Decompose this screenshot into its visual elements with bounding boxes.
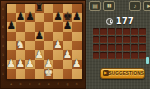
square-h6[interactable]: [72, 22, 81, 31]
square-e4[interactable]: [44, 41, 53, 50]
chess-board[interactable]: ♜♟♟♟♚♟♟♟♟♞♟♟♟♟♟♟♟♟♚: [7, 4, 82, 79]
square-b7[interactable]: ♟: [16, 13, 25, 22]
square-c6[interactable]: [25, 22, 34, 31]
square-f6[interactable]: [53, 22, 62, 31]
black-pawn: ♟: [53, 11, 62, 20]
square-h5[interactable]: [72, 32, 81, 41]
sound-button[interactable]: ♪: [129, 1, 141, 11]
square-b3[interactable]: [16, 50, 25, 59]
square-d5[interactable]: ♟: [35, 32, 44, 41]
black-pawn: ♟: [25, 11, 34, 20]
square-b6[interactable]: [16, 22, 25, 31]
square-g6[interactable]: ♟: [63, 22, 72, 31]
white-pawn: ♟: [53, 40, 62, 49]
file-label-b: b: [18, 82, 23, 87]
pause-icon: ▮▮: [107, 3, 111, 9]
sound-icon: ♪: [134, 3, 137, 9]
side-panel: ▤▮▮♪► 177 ▶ SUGGESTIONS: [86, 0, 150, 89]
capture-slot: [108, 28, 115, 35]
white-pawn: ♟: [44, 58, 53, 67]
square-b2[interactable]: ♟: [16, 60, 25, 69]
suggestions-label: SUGGESTIONS: [109, 71, 144, 76]
square-e8[interactable]: [44, 4, 53, 13]
capture-slot: [139, 36, 146, 43]
square-h3[interactable]: [72, 50, 81, 59]
square-a3[interactable]: [7, 50, 16, 59]
square-b1[interactable]: [16, 69, 25, 78]
capture-slot: [116, 44, 123, 51]
square-e3[interactable]: [44, 50, 53, 59]
capture-slot: [131, 44, 138, 51]
rank-label-1: 1: [1, 72, 6, 76]
square-h8[interactable]: [72, 4, 81, 13]
menu-icon: ▤: [92, 3, 98, 9]
timer-row: 177: [106, 17, 134, 27]
capture-slot: [100, 28, 107, 35]
scroll-handle[interactable]: [146, 57, 149, 64]
black-rook: ♜: [35, 2, 44, 11]
white-knight: ♞: [16, 40, 25, 49]
capture-slot: [93, 36, 100, 43]
white-pawn: ♟: [7, 58, 16, 67]
square-e5[interactable]: [44, 32, 53, 41]
black-pawn: ♟: [16, 11, 25, 20]
capture-slot: [93, 52, 100, 59]
pause-button[interactable]: ▮▮: [103, 1, 115, 11]
square-c3[interactable]: [25, 50, 34, 59]
square-f1[interactable]: [53, 69, 62, 78]
square-f3[interactable]: [53, 50, 62, 59]
file-label-d: d: [37, 82, 42, 87]
forward-icon: ►: [146, 3, 150, 9]
square-b4[interactable]: ♞: [16, 41, 25, 50]
capture-slot: [131, 52, 138, 59]
square-c4[interactable]: [25, 41, 34, 50]
capture-slot: [123, 52, 130, 59]
file-label-h: h: [74, 82, 79, 87]
capture-slot: [108, 44, 115, 51]
square-a2[interactable]: ♟: [7, 60, 16, 69]
capture-slot: [131, 28, 138, 35]
square-d7[interactable]: [35, 13, 44, 22]
capture-slot: [123, 44, 130, 51]
square-a4[interactable]: [7, 41, 16, 50]
square-f5[interactable]: [53, 32, 62, 41]
square-h1[interactable]: [72, 69, 81, 78]
capture-slot: [116, 52, 123, 59]
captured-pieces-tray: [93, 28, 146, 59]
white-pawn: ♟: [63, 49, 72, 58]
white-pawn: ♟: [16, 58, 25, 67]
clock-icon: [106, 18, 113, 25]
capture-slot: [108, 52, 115, 59]
square-b5[interactable]: [16, 32, 25, 41]
capture-slot: [123, 28, 130, 35]
square-c2[interactable]: ♟: [25, 60, 34, 69]
capture-slot: [93, 28, 100, 35]
square-a8[interactable]: [7, 4, 16, 13]
file-label-c: c: [27, 82, 32, 87]
forward-button[interactable]: ►: [143, 1, 150, 11]
square-d8[interactable]: ♜: [35, 4, 44, 13]
capture-slot: [139, 52, 146, 59]
capture-slot: [139, 44, 146, 51]
square-g2[interactable]: [63, 60, 72, 69]
square-e2[interactable]: ♟: [44, 60, 53, 69]
square-d2[interactable]: [35, 60, 44, 69]
square-d1[interactable]: [35, 69, 44, 78]
square-f2[interactable]: [53, 60, 62, 69]
rank-label-8: 8: [1, 7, 6, 11]
white-pawn: ♟: [35, 49, 44, 58]
rank-label-6: 6: [1, 25, 6, 29]
square-g8[interactable]: [63, 4, 72, 13]
capture-slot: [131, 36, 138, 43]
white-pawn: ♟: [25, 58, 34, 67]
file-label-g: g: [65, 82, 70, 87]
capture-slot: [123, 36, 130, 43]
square-b8[interactable]: [16, 4, 25, 13]
square-c5[interactable]: [25, 32, 34, 41]
timer-value: 177: [116, 17, 134, 26]
square-f4[interactable]: ♟: [53, 41, 62, 50]
black-pawn: ♟: [72, 11, 81, 20]
chess-app-screen: ♜♟♟♟♚♟♟♟♟♞♟♟♟♟♟♟♟♟♚ 87654321abcdefgh ▤▮▮…: [0, 0, 150, 89]
square-e6[interactable]: [44, 22, 53, 31]
square-f7[interactable]: ♟: [53, 13, 62, 22]
black-king: ♚: [63, 11, 72, 20]
capture-slot: [100, 44, 107, 51]
capture-slot: [100, 36, 107, 43]
square-h7[interactable]: ♟: [72, 13, 81, 22]
square-g4[interactable]: [63, 41, 72, 50]
capture-slot: [116, 28, 123, 35]
square-h2[interactable]: ♟: [72, 60, 81, 69]
square-f8[interactable]: [53, 4, 62, 13]
black-pawn: ♟: [7, 21, 16, 30]
square-g1[interactable]: [63, 69, 72, 78]
capture-slot: [93, 44, 100, 51]
square-g7[interactable]: ♚: [63, 13, 72, 22]
rank-label-2: 2: [1, 63, 6, 67]
capture-slot: [108, 36, 115, 43]
square-a1[interactable]: [7, 69, 16, 78]
chess-board-frame: ♜♟♟♟♚♟♟♟♟♞♟♟♟♟♟♟♟♟♚ 87654321abcdefgh: [0, 0, 86, 89]
square-a6[interactable]: ♟: [7, 22, 16, 31]
square-c8[interactable]: [25, 4, 34, 13]
square-h4[interactable]: [72, 41, 81, 50]
black-pawn: ♟: [63, 21, 72, 30]
black-pawn: ♟: [35, 30, 44, 39]
white-king: ♚: [44, 68, 53, 77]
square-d4[interactable]: [35, 41, 44, 50]
rank-label-7: 7: [1, 16, 6, 20]
square-c1[interactable]: [25, 69, 34, 78]
rank-label-4: 4: [1, 44, 6, 48]
capture-slot: [116, 36, 123, 43]
file-label-e: e: [46, 82, 51, 87]
square-g3[interactable]: ♟: [63, 50, 72, 59]
menu-button[interactable]: ▤: [89, 1, 101, 11]
capture-slot: [139, 28, 146, 35]
square-a5[interactable]: [7, 32, 16, 41]
suggestions-button[interactable]: ▶ SUGGESTIONS: [100, 68, 145, 79]
rank-label-3: 3: [1, 53, 6, 57]
square-e7[interactable]: [44, 13, 53, 22]
file-label-f: f: [56, 82, 61, 87]
file-label-a: a: [9, 82, 14, 87]
white-pawn: ♟: [72, 58, 81, 67]
rank-label-5: 5: [1, 35, 6, 39]
capture-slot: [100, 52, 107, 59]
square-d6[interactable]: [35, 22, 44, 31]
square-c7[interactable]: ♟: [25, 13, 34, 22]
square-d3[interactable]: ♟: [35, 50, 44, 59]
square-g5[interactable]: [63, 32, 72, 41]
square-e1[interactable]: ♚: [44, 69, 53, 78]
square-a7[interactable]: [7, 13, 16, 22]
